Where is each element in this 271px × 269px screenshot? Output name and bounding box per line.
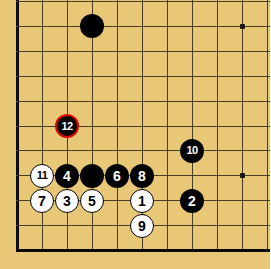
grid-hline [16,26,271,27]
grid-hline [16,101,271,102]
grid-hline [16,150,271,151]
move-number: 11 [37,170,48,181]
move-number: 8 [138,168,146,182]
stone-black-E4: 6 [105,164,129,188]
grid-hline [16,126,271,127]
stone-black-H3: 2 [180,189,204,213]
go-board-diagram: 121011468735129 [0,0,270,269]
grid-hline [16,1,271,2]
stone-black-D10 [80,14,104,38]
move-number: 10 [186,145,197,156]
stone-white-F2: 9 [130,214,154,238]
stone-white-B3: 7 [30,189,54,213]
stone-black-F4: 8 [130,164,154,188]
move-number: 12 [61,120,72,131]
stone-black-C4: 4 [55,164,79,188]
star-point-K4 [240,173,245,178]
stone-white-C3: 3 [55,189,79,213]
stone-white-F3: 1 [130,189,154,213]
move-number: 5 [88,193,96,207]
grid-hline [16,51,271,52]
stone-black-D4 [80,164,104,188]
stone-white-B4: 11 [30,164,54,188]
move-number: 9 [138,218,146,232]
board-bottom-edge [16,249,271,252]
move-number: 6 [113,168,121,182]
move-number: 1 [138,193,146,207]
grid-hline [16,76,271,77]
stone-black-C6-last-move: 12 [55,114,79,138]
move-number: 3 [63,193,71,207]
stone-black-H5: 10 [180,139,204,163]
move-number: 4 [63,168,71,182]
move-number: 2 [188,193,196,207]
stone-white-D3: 5 [80,189,104,213]
star-point-K10 [240,24,245,29]
move-number: 7 [38,193,46,207]
